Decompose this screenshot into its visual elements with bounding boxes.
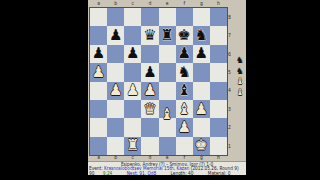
white-pawn-f2: ♟ [177,120,190,135]
square-c5 [124,63,141,81]
white-bishop-icon: ♝ [236,76,244,87]
file-label-b: b [107,155,124,161]
square-a7 [90,26,107,44]
square-g1: ♚ [193,137,210,155]
black-king-f7: ♚ [177,28,190,43]
black-pawn-a6: ♟ [92,46,105,61]
game-length: Length: 40 [171,170,194,175]
status-line: 90 9:24 Next: 91. Qd8 Length: 40 Materia… [88,171,246,175]
file-label-e: e [159,0,176,8]
square-a2 [90,118,107,136]
chess-board: ♟♛♜♚♞♟♟♟♟♟♟♞♟♟♟♝♛♝♝♟♟♜♚ [90,8,227,155]
rank-label-5: 5 [228,63,235,81]
square-h8 [210,8,227,26]
square-h4 [210,82,227,100]
square-g6: ♟ [193,45,210,63]
file-label-d: d [141,155,158,161]
square-e4 [159,82,176,100]
file-label-h: h [210,155,227,161]
square-d1 [141,137,158,155]
square-h2 [210,118,227,136]
rank-labels-right: 87654321 [228,8,235,155]
file-label-a: a [90,155,107,161]
rank-label-1: 1 [228,137,235,155]
square-f7: ♚ [176,26,193,44]
white-pawn-a5: ♟ [92,65,105,80]
square-g7: ♞ [193,26,210,44]
rank-label-3: 3 [228,100,235,118]
file-label-g: g [193,0,210,8]
square-c1: ♜ [124,137,141,155]
black-rook-e7: ♜ [160,28,173,43]
square-d6 [141,45,158,63]
square-d5: ♟ [141,63,158,81]
black-knight-g7: ♞ [195,28,208,43]
black-knight-f5: ♞ [177,65,190,80]
white-pawn-d4: ♟ [143,83,156,98]
square-b5 [107,63,124,81]
square-f8 [176,8,193,26]
file-label-b: b [107,0,124,8]
square-a5: ♟ [90,63,107,81]
square-e6 [159,45,176,63]
square-d2 [141,118,158,136]
file-label-c: c [124,0,141,8]
file-labels-bottom-row: abcdefgh [90,155,227,161]
square-e5 [159,63,176,81]
black-bishop-f4: ♝ [177,83,190,98]
square-h5 [210,63,227,81]
square-g4 [193,82,210,100]
file-labels-top: abcdefgh [90,0,227,8]
file-labels-top-row: abcdefgh [90,0,227,8]
square-c6: ♟ [124,45,141,63]
square-f3: ♝ [176,100,193,118]
file-label-c: c [124,155,141,161]
file-label-d: d [141,0,158,8]
game-info-lines: Esipenko, Andrey (?) – Smirnov, Igor (?)… [88,162,246,175]
rank-label-8: 8 [228,8,235,26]
square-b3 [107,100,124,118]
square-f4: ♝ [176,82,193,100]
square-c7 [124,26,141,44]
black-pawn-g6: ♟ [195,46,208,61]
square-d8 [141,8,158,26]
square-f2: ♟ [176,118,193,136]
next-move: Next: 91. Qd8 [127,170,157,175]
square-h1 [210,137,227,155]
square-e2 [159,118,176,136]
square-h6 [210,45,227,63]
file-label-g: g [193,155,210,161]
chess-gui-panel: abcdefgh ♟♛♜♚♞♟♟♟♟♟♟♞♟♟♟♝♛♝♝♟♟♜♚ 8765432… [88,0,246,174]
clock-value: 9:24 [103,170,113,175]
file-label-a: a [90,0,107,8]
square-g2 [193,118,210,136]
black-pawn-c6: ♟ [126,46,139,61]
file-label-h: h [210,0,227,8]
square-b6 [107,45,124,63]
material-balance: Material: 0 [208,170,231,175]
rank-label-6: 6 [228,45,235,63]
rank-label-4: 4 [228,82,235,100]
black-pawn-b7: ♟ [109,28,122,43]
file-label-f: f [176,155,193,161]
square-b8 [107,8,124,26]
square-a1 [90,137,107,155]
square-e8 [159,8,176,26]
square-h7 [210,26,227,44]
square-e3: ♝ [159,100,176,118]
black-knight-icon: ♞ [236,55,244,66]
black-queen-d7: ♛ [143,28,156,43]
square-g5 [193,63,210,81]
square-e1 [159,137,176,155]
square-b1 [107,137,124,155]
square-b4: ♟ [107,82,124,100]
square-d3: ♛ [141,100,158,118]
black-knight-icon: ♞ [236,66,244,77]
square-c8 [124,8,141,26]
square-b7: ♟ [107,26,124,44]
white-king-g1: ♚ [195,138,208,153]
white-pawn-b4: ♟ [109,83,122,98]
square-d7: ♛ [141,26,158,44]
material-imbalance-tray: ♞♞♝♝ [236,55,244,97]
move-number: 90 [89,170,94,175]
square-b2 [107,118,124,136]
white-pawn-g3: ♟ [195,102,208,117]
square-e7: ♜ [159,26,176,44]
square-a6: ♟ [90,45,107,63]
square-f5: ♞ [176,63,193,81]
white-bishop-icon: ♝ [236,87,244,98]
square-f6: ♟ [176,45,193,63]
square-a4 [90,82,107,100]
square-a8 [90,8,107,26]
rank-labels-column: 87654321 [228,8,235,155]
white-bishop-f3: ♝ [177,102,190,117]
square-c3 [124,100,141,118]
square-g8 [193,8,210,26]
game-info-bar: Esipenko, Andrey (?) – Smirnov, Igor (?)… [88,161,246,175]
black-pawn-d5: ♟ [143,65,156,80]
square-g3: ♟ [193,100,210,118]
white-rook-c1: ♜ [126,138,139,153]
white-queen-d3: ♛ [143,102,156,117]
square-c2 [124,118,141,136]
black-pawn-f6: ♟ [177,46,190,61]
rank-label-7: 7 [228,26,235,44]
square-f1 [176,137,193,155]
file-label-e: e [159,155,176,161]
video-frame: abcdefgh ♟♛♜♚♞♟♟♟♟♟♟♞♟♟♟♝♛♝♝♟♟♜♚ 8765432… [0,0,320,180]
square-h3 [210,100,227,118]
square-c4: ♟ [124,82,141,100]
square-a3 [90,100,107,118]
rank-label-2: 2 [228,118,235,136]
file-label-f: f [176,0,193,8]
white-pawn-c4: ♟ [126,83,139,98]
square-d4: ♟ [141,82,158,100]
